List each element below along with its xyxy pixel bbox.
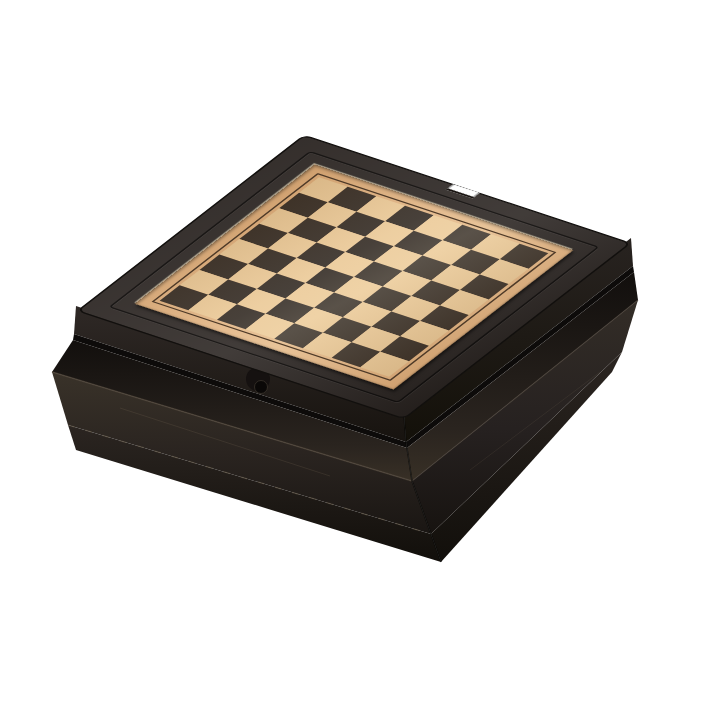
- product-photo-stage: [0, 0, 720, 720]
- chess-board: [160, 177, 549, 376]
- latch-knob: [255, 381, 268, 394]
